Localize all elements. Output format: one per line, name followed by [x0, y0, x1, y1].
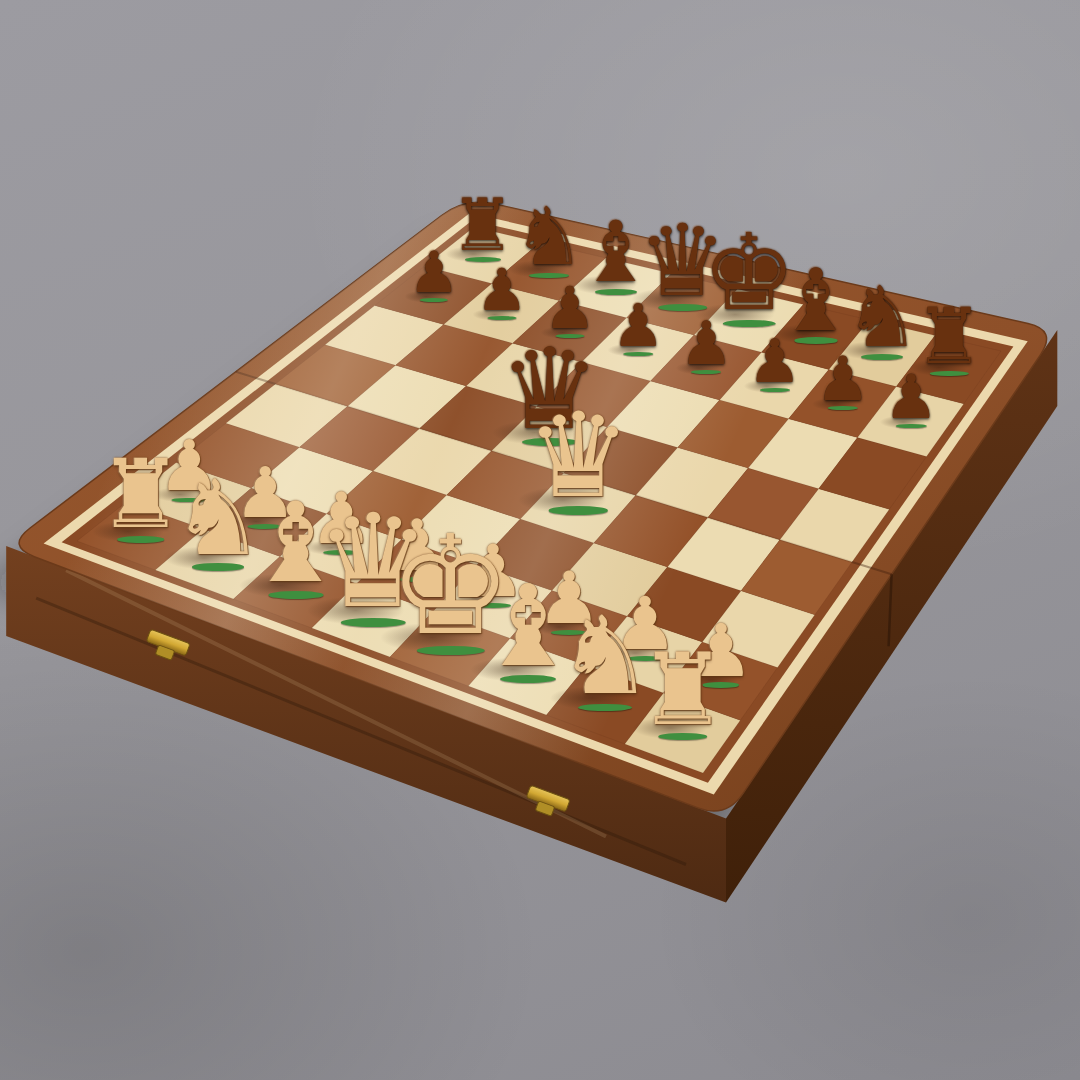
chess-board: [0, 0, 1080, 1080]
photo-scene: ♜♞♝♟♛♟♚♟♝♟♞♟♜♟♟♟♛♟♛♟♜♟♞♟♝♟♛♟♚♟♝♟♞♜: [0, 0, 1080, 1080]
gloss-sheen: [19, 202, 1046, 811]
